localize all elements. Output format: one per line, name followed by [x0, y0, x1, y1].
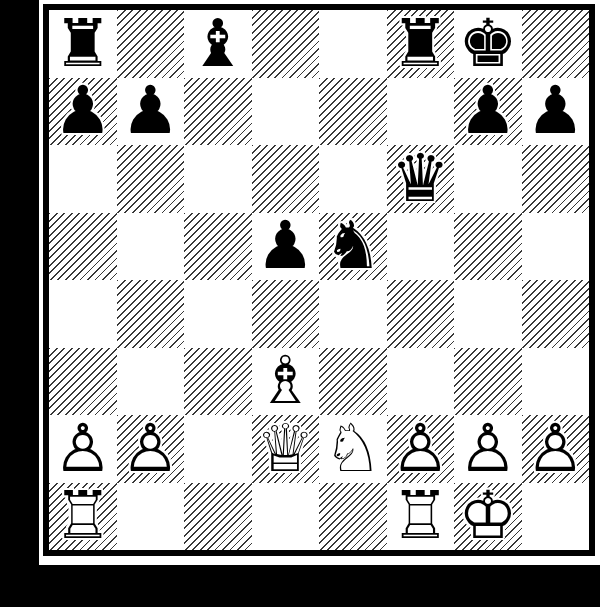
- square-a1[interactable]: ♜♖: [49, 483, 117, 551]
- black-queen: ♛: [387, 145, 455, 213]
- black-rook: ♜: [387, 10, 455, 78]
- square-f6[interactable]: ♛: [387, 145, 455, 213]
- square-h4[interactable]: [522, 280, 590, 348]
- square-d7[interactable]: [252, 78, 320, 146]
- square-c8[interactable]: ♝: [184, 10, 252, 78]
- square-c1[interactable]: [184, 483, 252, 551]
- white-pawn: ♟♙: [117, 415, 185, 483]
- square-a7[interactable]: ♟: [49, 78, 117, 146]
- square-h1[interactable]: [522, 483, 590, 551]
- white-king-outline: ♔: [458, 483, 517, 549]
- white-rook: ♜♖: [387, 483, 455, 551]
- square-c5[interactable]: [184, 213, 252, 281]
- square-d3[interactable]: ♝♗: [252, 348, 320, 416]
- black-pawn-glyph: ♟: [256, 213, 315, 279]
- white-pawn-outline: ♙: [53, 416, 112, 482]
- square-b1[interactable]: [117, 483, 185, 551]
- square-b4[interactable]: [117, 280, 185, 348]
- square-h7[interactable]: ♟: [522, 78, 590, 146]
- square-b3[interactable]: [117, 348, 185, 416]
- white-rook-outline: ♖: [391, 483, 450, 549]
- square-b2[interactable]: ♟♙: [117, 415, 185, 483]
- square-h2[interactable]: ♟♙: [522, 415, 590, 483]
- black-knight-glyph: ♞: [323, 213, 382, 279]
- black-pawn: ♟: [522, 78, 590, 146]
- square-d8[interactable]: [252, 10, 320, 78]
- square-c4[interactable]: [184, 280, 252, 348]
- square-a4[interactable]: [49, 280, 117, 348]
- white-rook: ♜♖: [49, 483, 117, 551]
- white-pawn-outline: ♙: [121, 416, 180, 482]
- square-g4[interactable]: [454, 280, 522, 348]
- black-pawn-glyph: ♟: [526, 78, 585, 144]
- square-g8[interactable]: ♚: [454, 10, 522, 78]
- square-e7[interactable]: [319, 78, 387, 146]
- black-rook-glyph: ♜: [53, 11, 112, 77]
- black-king: ♚: [454, 10, 522, 78]
- square-f2[interactable]: ♟♙: [387, 415, 455, 483]
- white-bishop: ♝♗: [252, 348, 320, 416]
- square-e3[interactable]: [319, 348, 387, 416]
- black-king-glyph: ♚: [458, 11, 517, 77]
- square-f7[interactable]: [387, 78, 455, 146]
- square-h6[interactable]: [522, 145, 590, 213]
- square-f1[interactable]: ♜♖: [387, 483, 455, 551]
- square-h5[interactable]: [522, 213, 590, 281]
- square-c2[interactable]: [184, 415, 252, 483]
- square-g2[interactable]: ♟♙: [454, 415, 522, 483]
- square-b7[interactable]: ♟: [117, 78, 185, 146]
- black-queen-glyph: ♛: [391, 146, 450, 212]
- square-a8[interactable]: ♜: [49, 10, 117, 78]
- square-h3[interactable]: [522, 348, 590, 416]
- black-pawn: ♟: [252, 213, 320, 281]
- square-e4[interactable]: [319, 280, 387, 348]
- square-c3[interactable]: [184, 348, 252, 416]
- square-h8[interactable]: [522, 10, 590, 78]
- white-queen-outline: ♕: [256, 416, 315, 482]
- white-pawn: ♟♙: [522, 415, 590, 483]
- square-c6[interactable]: [184, 145, 252, 213]
- square-g7[interactable]: ♟: [454, 78, 522, 146]
- black-pawn-glyph: ♟: [121, 78, 180, 144]
- screenshot-root: ♜♝♜♚♟♟♟♟♛♟♞♝♗♟♙♟♙♛♕♞♘♟♙♟♙♟♙♜♖♜♖♚♔: [0, 0, 600, 607]
- white-rook-outline: ♖: [53, 483, 112, 549]
- square-g1[interactable]: ♚♔: [454, 483, 522, 551]
- black-knight: ♞: [319, 213, 387, 281]
- square-c7[interactable]: [184, 78, 252, 146]
- square-a2[interactable]: ♟♙: [49, 415, 117, 483]
- black-rook: ♜: [49, 10, 117, 78]
- white-pawn-outline: ♙: [458, 416, 517, 482]
- black-pawn: ♟: [49, 78, 117, 146]
- square-g3[interactable]: [454, 348, 522, 416]
- white-pawn: ♟♙: [49, 415, 117, 483]
- black-pawn-glyph: ♟: [53, 78, 112, 144]
- square-a3[interactable]: [49, 348, 117, 416]
- square-e8[interactable]: [319, 10, 387, 78]
- square-e1[interactable]: [319, 483, 387, 551]
- white-knight: ♞♘: [319, 415, 387, 483]
- square-b6[interactable]: [117, 145, 185, 213]
- black-bishop: ♝: [184, 10, 252, 78]
- black-pawn-glyph: ♟: [458, 78, 517, 144]
- square-b5[interactable]: [117, 213, 185, 281]
- square-d1[interactable]: [252, 483, 320, 551]
- square-d2[interactable]: ♛♕: [252, 415, 320, 483]
- square-g5[interactable]: [454, 213, 522, 281]
- white-queen: ♛♕: [252, 415, 320, 483]
- square-d4[interactable]: [252, 280, 320, 348]
- board-card: ♜♝♜♚♟♟♟♟♛♟♞♝♗♟♙♟♙♛♕♞♘♟♙♟♙♟♙♜♖♜♖♚♔: [39, 0, 600, 565]
- white-pawn-outline: ♙: [391, 416, 450, 482]
- white-pawn: ♟♙: [387, 415, 455, 483]
- square-a6[interactable]: [49, 145, 117, 213]
- black-pawn: ♟: [454, 78, 522, 146]
- square-g6[interactable]: [454, 145, 522, 213]
- black-rook-glyph: ♜: [391, 11, 450, 77]
- square-d5[interactable]: ♟: [252, 213, 320, 281]
- black-bishop-glyph: ♝: [188, 11, 247, 77]
- square-d6[interactable]: [252, 145, 320, 213]
- white-pawn-outline: ♙: [526, 416, 585, 482]
- square-b8[interactable]: [117, 10, 185, 78]
- square-f4[interactable]: [387, 280, 455, 348]
- square-f3[interactable]: [387, 348, 455, 416]
- white-king: ♚♔: [454, 483, 522, 551]
- square-f5[interactable]: [387, 213, 455, 281]
- chess-board: ♜♝♜♚♟♟♟♟♛♟♞♝♗♟♙♟♙♛♕♞♘♟♙♟♙♟♙♜♖♜♖♚♔: [43, 4, 595, 556]
- white-knight-outline: ♘: [323, 416, 382, 482]
- white-bishop-outline: ♗: [256, 348, 315, 414]
- square-a5[interactable]: [49, 213, 117, 281]
- square-f8[interactable]: ♜: [387, 10, 455, 78]
- square-e5[interactable]: ♞: [319, 213, 387, 281]
- square-e2[interactable]: ♞♘: [319, 415, 387, 483]
- black-pawn: ♟: [117, 78, 185, 146]
- white-pawn: ♟♙: [454, 415, 522, 483]
- square-e6[interactable]: [319, 145, 387, 213]
